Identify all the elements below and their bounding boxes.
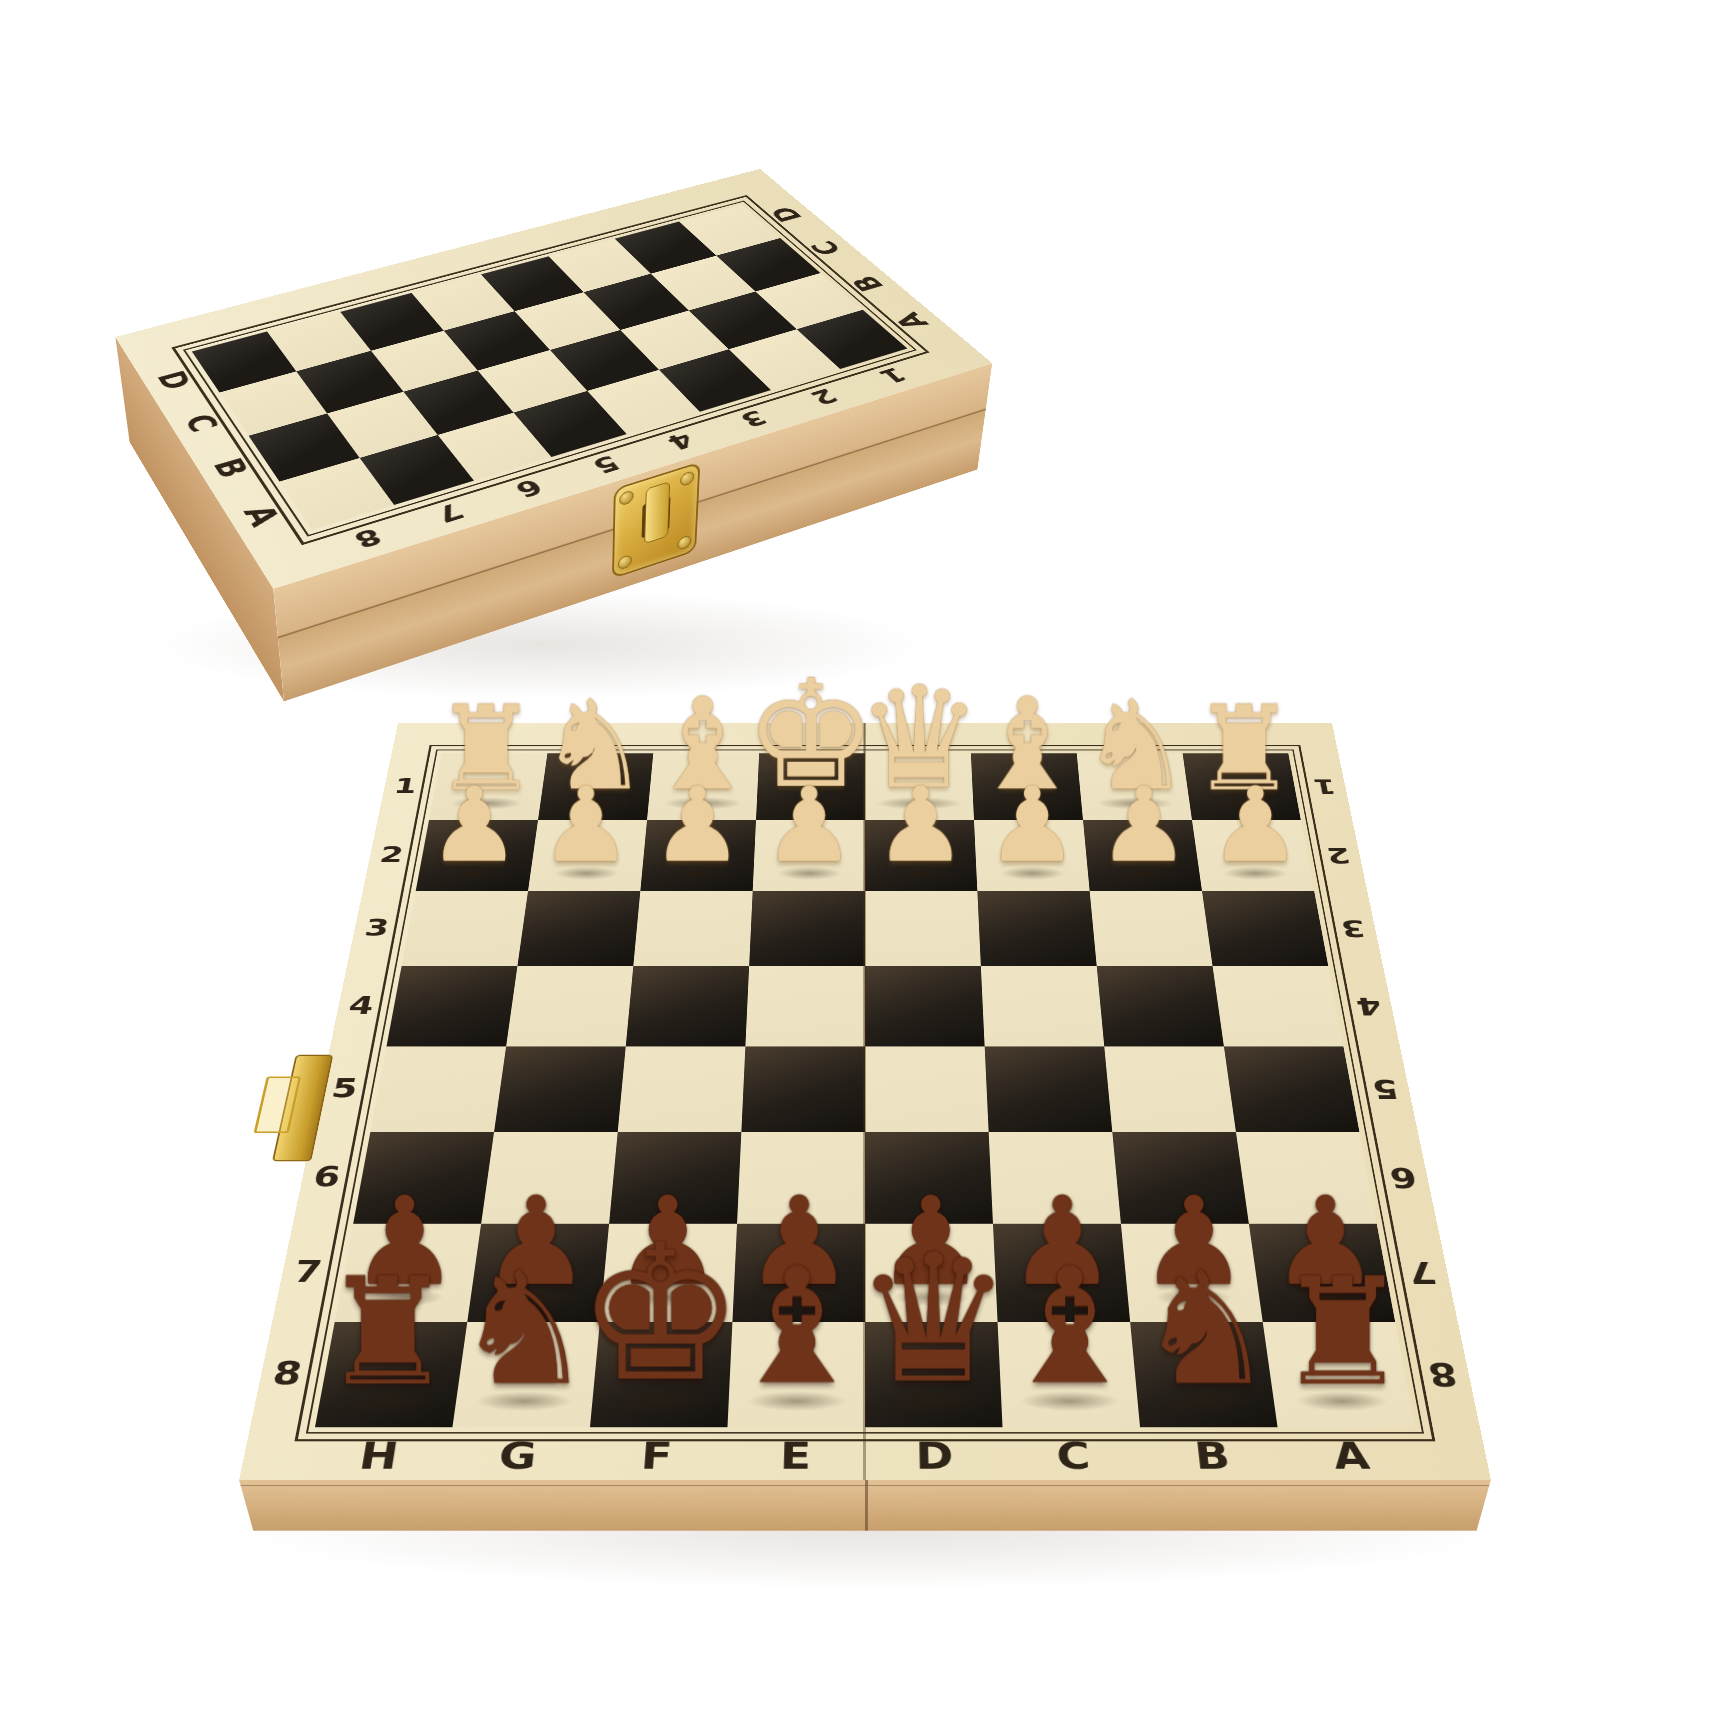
rank-label-right: 8 — [1425, 1358, 1460, 1390]
piece-white-pawn: ♟ — [874, 776, 967, 874]
piece-black-queen: ♛ — [854, 1235, 1013, 1403]
board-square — [1213, 966, 1344, 1046]
piece-white-pawn: ♟ — [1097, 776, 1190, 874]
rank-label-right: 5 — [1370, 1076, 1401, 1102]
piece-white-pawn: ♟ — [428, 776, 521, 874]
board-square — [386, 966, 517, 1046]
board-square — [1090, 891, 1213, 966]
box-board-square — [412, 274, 515, 330]
piece-white-pawn: ♟ — [651, 776, 744, 874]
board-square — [626, 966, 749, 1046]
file-label-bottom: A — [1330, 1438, 1371, 1475]
box-file-label-right: C — [805, 238, 847, 257]
file-label-bottom: F — [640, 1438, 674, 1475]
rank-label-left: 1 — [392, 776, 418, 796]
file-label-bottom: D — [915, 1438, 954, 1475]
board-front-seam — [865, 1480, 868, 1531]
rank-label-left: 2 — [378, 844, 405, 865]
board-square — [985, 1046, 1113, 1132]
box-file-label-right: A — [889, 310, 934, 332]
board-square — [865, 891, 981, 966]
board-square — [1104, 1046, 1236, 1132]
rank-label-left: 6 — [311, 1163, 343, 1190]
box-rank-label-front: 4 — [662, 429, 699, 453]
rank-label-right: 7 — [1406, 1257, 1439, 1286]
board-square — [977, 891, 1096, 966]
board-square — [865, 1046, 989, 1132]
box-file-label-right: B — [846, 273, 889, 294]
piece-black-king: ♚ — [577, 1226, 745, 1404]
rank-label-right: 3 — [1339, 917, 1367, 940]
piece-white-pawn: ♟ — [540, 776, 633, 874]
box-rank-label-front: 1 — [874, 364, 911, 386]
board-square — [745, 966, 865, 1046]
piece-black-rook: ♜ — [321, 1263, 454, 1404]
rank-label-right: 1 — [1311, 776, 1337, 796]
rank-label-left: 3 — [363, 917, 391, 940]
board-square — [749, 891, 865, 966]
board-square — [370, 1046, 506, 1132]
rank-label-right: 4 — [1354, 994, 1383, 1018]
open-chess-board: 1234567812345678HGFEDCBA♜♞♝♛♝♚♞♜♟♟♟♟♟♟♟♟… — [190, 470, 1540, 1728]
piece-white-pawn: ♟ — [986, 776, 1079, 874]
box-file-label-left: D — [151, 368, 196, 393]
rank-label-left: 8 — [270, 1358, 305, 1390]
board-3d: 1234567812345678HGFEDCBA♜♞♝♛♝♚♞♜♟♟♟♟♟♟♟♟… — [239, 723, 1491, 1480]
board-square — [506, 966, 633, 1046]
board-front-face — [239, 1480, 1491, 1531]
board-square — [402, 891, 528, 966]
piece-black-bishop: ♝ — [998, 1252, 1141, 1404]
piece-black-rook: ♜ — [1276, 1263, 1409, 1404]
rank-label-left: 5 — [329, 1076, 360, 1102]
board-square — [741, 1046, 865, 1132]
rank-label-left: 7 — [291, 1257, 324, 1286]
piece-black-bishop: ♝ — [725, 1252, 868, 1404]
piece-black-knight: ♞ — [454, 1255, 594, 1403]
board-square — [981, 966, 1104, 1046]
board-square — [618, 1046, 746, 1132]
piece-black-knight: ♞ — [1136, 1255, 1276, 1403]
board-square — [1097, 966, 1224, 1046]
board-square — [1202, 891, 1328, 966]
board-square — [633, 891, 752, 966]
rank-label-right: 6 — [1387, 1163, 1419, 1190]
file-label-bottom: B — [1193, 1438, 1232, 1475]
file-label-bottom: C — [1055, 1438, 1091, 1475]
file-label-bottom: H — [357, 1438, 401, 1475]
box-rank-label-front: 3 — [735, 407, 772, 431]
board-square — [865, 966, 985, 1046]
board-front-edge-line — [240, 1485, 1489, 1486]
box-file-label-left: C — [179, 411, 224, 436]
rank-label-left: 4 — [347, 994, 376, 1018]
piece-white-pawn: ♟ — [763, 776, 856, 874]
board-square — [494, 1046, 626, 1132]
board-square — [1224, 1046, 1360, 1132]
box-file-label-right: D — [765, 204, 807, 224]
file-label-bottom: E — [779, 1438, 811, 1475]
rank-label-right: 2 — [1325, 844, 1352, 865]
box-rank-label-front: 2 — [805, 385, 842, 408]
piece-white-pawn: ♟ — [1209, 776, 1302, 874]
board-square — [517, 891, 640, 966]
file-label-bottom: G — [497, 1438, 539, 1475]
